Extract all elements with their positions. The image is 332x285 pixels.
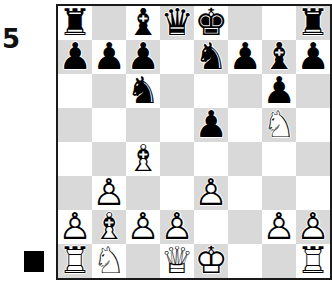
square-d5[interactable] — [160, 108, 194, 142]
black-square-icon — [24, 251, 44, 272]
chess-board: ♜♝♛♚♜♟♟♟♞♟♝♟♞♟♟♞♘♝♗♟♙♟♙♟♙♝♗♟♙♟♙♟♙♟♙♜♖♞♘♛… — [56, 4, 332, 280]
square-f6[interactable] — [228, 74, 262, 108]
square-b5[interactable] — [92, 108, 126, 142]
square-h7[interactable]: ♟ — [296, 40, 330, 74]
white-pawn-icon: ♟♙ — [262, 210, 296, 244]
square-d1[interactable]: ♛♕ — [160, 244, 194, 278]
square-c6[interactable]: ♞ — [126, 74, 160, 108]
white-pawn-icon: ♟♙ — [194, 176, 228, 210]
square-d4[interactable] — [160, 142, 194, 176]
square-b6[interactable] — [92, 74, 126, 108]
square-d6[interactable] — [160, 74, 194, 108]
black-to-move-indicator — [24, 251, 44, 272]
white-queen-icon: ♛♕ — [160, 244, 194, 278]
square-a4[interactable] — [58, 142, 92, 176]
square-a6[interactable] — [58, 74, 92, 108]
square-g4[interactable] — [262, 142, 296, 176]
square-g5[interactable]: ♞♘ — [262, 108, 296, 142]
black-pawn-icon: ♟ — [228, 40, 262, 74]
square-b7[interactable]: ♟ — [92, 40, 126, 74]
white-rook-icon: ♜♖ — [58, 244, 92, 278]
square-b1[interactable]: ♞♘ — [92, 244, 126, 278]
square-h1[interactable]: ♜♖ — [296, 244, 330, 278]
square-e7[interactable]: ♞ — [194, 40, 228, 74]
black-pawn-icon: ♟ — [296, 40, 330, 74]
square-a5[interactable] — [58, 108, 92, 142]
square-f5[interactable] — [228, 108, 262, 142]
square-e5[interactable]: ♟ — [194, 108, 228, 142]
square-g2[interactable]: ♟♙ — [262, 210, 296, 244]
square-c4[interactable]: ♝♗ — [126, 142, 160, 176]
square-f7[interactable]: ♟ — [228, 40, 262, 74]
square-e3[interactable]: ♟♙ — [194, 176, 228, 210]
white-pawn-icon: ♟♙ — [126, 210, 160, 244]
white-knight-icon: ♞♘ — [262, 108, 296, 142]
square-c2[interactable]: ♟♙ — [126, 210, 160, 244]
black-pawn-icon: ♟ — [92, 40, 126, 74]
white-bishop-icon: ♝♗ — [126, 142, 160, 176]
square-d7[interactable] — [160, 40, 194, 74]
square-h5[interactable] — [296, 108, 330, 142]
white-rook-icon: ♜♖ — [296, 244, 330, 278]
black-queen-icon: ♛ — [160, 6, 194, 40]
black-knight-icon: ♞ — [126, 74, 160, 108]
diagram-number: 5 — [2, 26, 20, 52]
square-c1[interactable] — [126, 244, 160, 278]
square-d8[interactable]: ♛ — [160, 6, 194, 40]
square-f2[interactable] — [228, 210, 262, 244]
square-h6[interactable] — [296, 74, 330, 108]
white-king-icon: ♚♔ — [194, 244, 228, 278]
black-pawn-icon: ♟ — [194, 108, 228, 142]
square-a7[interactable]: ♟ — [58, 40, 92, 74]
square-a1[interactable]: ♜♖ — [58, 244, 92, 278]
black-knight-icon: ♞ — [194, 40, 228, 74]
black-pawn-icon: ♟ — [58, 40, 92, 74]
square-g1[interactable] — [262, 244, 296, 278]
square-h4[interactable] — [296, 142, 330, 176]
square-f4[interactable] — [228, 142, 262, 176]
square-e1[interactable]: ♚♔ — [194, 244, 228, 278]
square-f3[interactable] — [228, 176, 262, 210]
white-knight-icon: ♞♘ — [92, 244, 126, 278]
square-f1[interactable] — [228, 244, 262, 278]
chess-diagram-page: 5 ♜♝♛♚♜♟♟♟♞♟♝♟♞♟♟♞♘♝♗♟♙♟♙♟♙♝♗♟♙♟♙♟♙♟♙♜♖♞… — [0, 0, 332, 285]
